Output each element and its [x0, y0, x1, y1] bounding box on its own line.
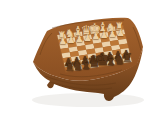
- piece-light-pawn-f7[interactable]: ♟: [100, 30, 108, 39]
- piece-dark-rook-h1[interactable]: ♜: [122, 52, 133, 64]
- piece-light-pawn-e7[interactable]: ♟: [92, 31, 100, 40]
- piece-light-pawn-d7[interactable]: ♟: [83, 32, 91, 41]
- piece-light-pawn-g7[interactable]: ♟: [108, 29, 116, 38]
- chess-set-photo: ♜♞♝♛♚♝♞♜♟♟♟♟♟♟♟♟♟♟♟♟♟♟♟♟♜♞♝♛♚♝♞♜: [0, 0, 166, 120]
- piece-light-pawn-c7[interactable]: ♟: [75, 34, 83, 43]
- piece-light-pawn-h7[interactable]: ♟: [116, 27, 124, 36]
- piece-light-pawn-b7[interactable]: ♟: [67, 35, 75, 44]
- piece-light-pawn-a7[interactable]: ♟: [59, 36, 67, 45]
- ground-shadow: [32, 93, 144, 107]
